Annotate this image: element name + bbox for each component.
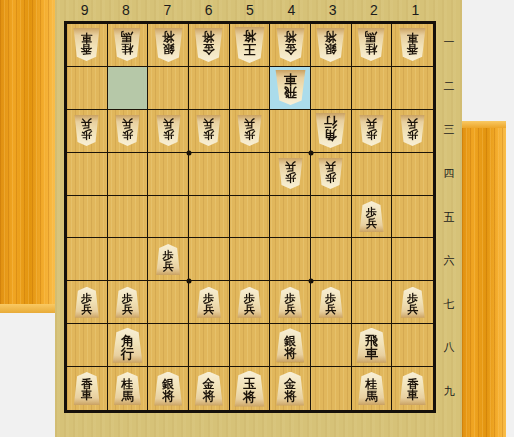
gote-rook[interactable]: 飛車 — [275, 70, 306, 105]
gote-pawn[interactable]: 歩兵 — [156, 115, 181, 146]
sente-pawn[interactable]: 歩兵 — [278, 287, 303, 318]
piece-kanji: 飛 — [284, 86, 297, 99]
piece-kanji: 馬 — [365, 31, 377, 43]
piece-kanji: 兵 — [325, 304, 336, 315]
rank-label-7: 七 — [437, 282, 461, 326]
file-label-8: 8 — [105, 1, 146, 20]
piece-kanji: 銀 — [162, 43, 174, 55]
gote-pawn[interactable]: 歩兵 — [74, 115, 99, 146]
square-69[interactable]: 金将 — [189, 367, 230, 410]
piece-kanji: 金 — [203, 43, 215, 55]
rank-label-9: 九 — [437, 370, 461, 414]
square-87[interactable]: 歩兵 — [108, 281, 149, 324]
square-38[interactable] — [311, 324, 352, 367]
square-82-last-move-from[interactable] — [108, 67, 149, 110]
square-81[interactable]: 桂馬 — [108, 24, 149, 67]
sente-bishop[interactable]: 角行 — [112, 328, 143, 363]
square-15[interactable] — [392, 196, 433, 239]
piece-kanji: 歩 — [163, 129, 174, 140]
piece-kanji: 車 — [407, 390, 419, 402]
square-41[interactable]: 金将 — [270, 24, 311, 67]
square-55[interactable] — [230, 196, 271, 239]
square-76[interactable]: 歩兵 — [148, 238, 189, 281]
piece-kanji: 兵 — [285, 161, 296, 172]
sente-komadai-tray[interactable] — [462, 121, 506, 437]
piece-kanji: 歩 — [203, 129, 214, 140]
square-84[interactable] — [108, 153, 149, 196]
square-56[interactable] — [230, 238, 271, 281]
sente-lance[interactable]: 香車 — [399, 372, 426, 405]
gote-silver[interactable]: 銀将 — [154, 28, 183, 62]
sente-pawn[interactable]: 歩兵 — [115, 287, 140, 318]
piece-kanji: 馬 — [121, 31, 133, 43]
square-59[interactable]: 玉将 — [230, 367, 271, 410]
square-16[interactable] — [392, 238, 433, 281]
piece-kanji: 兵 — [366, 218, 377, 229]
square-13[interactable]: 歩兵 — [392, 110, 433, 153]
piece-kanji: 車 — [81, 390, 93, 402]
piece-kanji: 車 — [407, 32, 419, 44]
piece-kanji: 将 — [325, 31, 337, 43]
piece-kanji: 兵 — [163, 118, 174, 129]
square-51[interactable]: 王将 — [230, 24, 271, 67]
piece-kanji: 歩 — [122, 129, 133, 140]
square-18[interactable] — [392, 324, 433, 367]
gote-pawn[interactable]: 歩兵 — [359, 115, 384, 146]
sente-knight[interactable]: 桂馬 — [357, 372, 385, 405]
shogi-app-window: 987654321 一二三四五六七八九 香車桂馬銀将金将王将金将銀将桂馬香車飛車… — [0, 0, 514, 437]
piece-kanji: 桂 — [365, 43, 377, 55]
piece-kanji: 兵 — [285, 304, 296, 315]
shogi-board-grid: 香車桂馬銀将金将王将金将銀将桂馬香車飛車歩兵歩兵歩兵歩兵歩兵角行歩兵歩兵歩兵歩兵… — [64, 21, 436, 413]
komadai-bevel-edge — [462, 121, 506, 128]
sente-pawn[interactable]: 歩兵 — [318, 287, 343, 318]
sente-rook[interactable]: 飛車 — [356, 328, 387, 363]
square-45[interactable] — [270, 196, 311, 239]
square-32[interactable] — [311, 67, 352, 110]
square-26[interactable] — [352, 238, 393, 281]
square-64[interactable] — [189, 153, 230, 196]
piece-kanji: 兵 — [407, 304, 418, 315]
square-63[interactable]: 歩兵 — [189, 110, 230, 153]
square-43[interactable] — [270, 110, 311, 153]
rank-label-3: 三 — [437, 108, 461, 152]
gote-knight[interactable]: 桂馬 — [357, 28, 385, 61]
gote-pawn[interactable]: 歩兵 — [115, 115, 140, 146]
square-36[interactable] — [311, 238, 352, 281]
rank-label-2: 二 — [437, 65, 461, 109]
piece-kanji: 香 — [407, 43, 419, 55]
piece-kanji: 桂 — [121, 43, 133, 55]
square-88[interactable]: 角行 — [108, 324, 149, 367]
piece-kanji: 歩 — [244, 129, 255, 140]
sente-silver[interactable]: 銀将 — [276, 328, 305, 362]
gote-gold[interactable]: 金将 — [194, 28, 223, 62]
sente-knight[interactable]: 桂馬 — [113, 372, 141, 405]
square-46[interactable] — [270, 238, 311, 281]
piece-kanji: 金 — [284, 43, 296, 55]
piece-kanji: 行 — [121, 347, 134, 360]
gote-pawn[interactable]: 歩兵 — [196, 115, 221, 146]
piece-kanji: 歩 — [366, 129, 377, 140]
square-22[interactable] — [352, 67, 393, 110]
square-75[interactable] — [148, 196, 189, 239]
sente-pawn[interactable]: 歩兵 — [400, 287, 425, 318]
sente-lance[interactable]: 香車 — [73, 372, 100, 405]
square-53[interactable]: 歩兵 — [230, 110, 271, 153]
rank-label-1: 一 — [437, 21, 461, 65]
piece-kanji: 将 — [243, 30, 256, 43]
gote-bishop[interactable]: 角行 — [315, 113, 346, 148]
piece-kanji: 角 — [324, 129, 337, 142]
gote-komadai-tray[interactable] — [0, 0, 55, 313]
square-34[interactable]: 歩兵 — [311, 153, 352, 196]
piece-kanji: 将 — [284, 347, 296, 359]
piece-kanji: 兵 — [244, 118, 255, 129]
sente-pawn[interactable]: 歩兵 — [156, 244, 181, 275]
square-14[interactable] — [392, 153, 433, 196]
square-98[interactable] — [67, 324, 108, 367]
square-93[interactable]: 歩兵 — [67, 110, 108, 153]
rank-coordinate-labels: 一二三四五六七八九 — [437, 21, 461, 413]
square-27[interactable] — [352, 281, 393, 324]
square-48[interactable]: 銀将 — [270, 324, 311, 367]
gote-pawn[interactable]: 歩兵 — [400, 115, 425, 146]
square-72[interactable] — [148, 67, 189, 110]
piece-kanji: 兵 — [122, 118, 133, 129]
square-71[interactable]: 銀将 — [148, 24, 189, 67]
square-37[interactable]: 歩兵 — [311, 281, 352, 324]
square-89[interactable]: 桂馬 — [108, 367, 149, 410]
file-label-4: 4 — [271, 1, 312, 20]
piece-kanji: 飛 — [365, 334, 378, 347]
square-19[interactable]: 香車 — [392, 367, 433, 410]
rank-label-6: 六 — [437, 239, 461, 283]
square-29[interactable]: 桂馬 — [352, 367, 393, 410]
square-23[interactable]: 歩兵 — [352, 110, 393, 153]
sente-pawn[interactable]: 歩兵 — [74, 287, 99, 318]
piece-kanji: 兵 — [244, 304, 255, 315]
piece-kanji: 銀 — [325, 43, 337, 55]
file-label-6: 6 — [188, 1, 229, 20]
square-62[interactable] — [189, 67, 230, 110]
piece-kanji: 兵 — [203, 304, 214, 315]
square-42-last-move-to[interactable]: 飛車 — [270, 67, 311, 110]
square-95[interactable] — [67, 196, 108, 239]
square-61[interactable]: 金将 — [189, 24, 230, 67]
square-83[interactable]: 歩兵 — [108, 110, 149, 153]
komadai-bevel-edge — [0, 304, 55, 313]
piece-kanji: 行 — [324, 116, 337, 129]
rank-label-5: 五 — [437, 195, 461, 239]
square-11[interactable]: 香車 — [392, 24, 433, 67]
piece-kanji: 兵 — [81, 304, 92, 315]
piece-kanji: 将 — [284, 31, 296, 43]
gote-pawn[interactable]: 歩兵 — [237, 115, 262, 146]
piece-kanji: 兵 — [81, 118, 92, 129]
piece-kanji: 銀 — [284, 335, 296, 347]
square-31[interactable]: 銀将 — [311, 24, 352, 67]
square-77[interactable] — [148, 281, 189, 324]
rank-label-8: 八 — [437, 326, 461, 370]
square-52[interactable] — [230, 67, 271, 110]
square-67[interactable]: 歩兵 — [189, 281, 230, 324]
piece-kanji: 王 — [243, 43, 256, 56]
file-label-5: 5 — [229, 1, 270, 20]
square-35[interactable] — [311, 196, 352, 239]
piece-kanji: 歩 — [81, 129, 92, 140]
gote-pawn[interactable]: 歩兵 — [318, 158, 343, 189]
sente-gold[interactable]: 金将 — [276, 372, 305, 406]
piece-kanji: 兵 — [122, 304, 133, 315]
piece-kanji: 将 — [243, 390, 256, 403]
piece-kanji: 将 — [162, 390, 174, 402]
gote-lance[interactable]: 香車 — [73, 28, 100, 61]
piece-kanji: 兵 — [325, 161, 336, 172]
piece-kanji: 車 — [81, 32, 93, 44]
piece-kanji: 将 — [162, 31, 174, 43]
square-47[interactable]: 歩兵 — [270, 281, 311, 324]
square-57[interactable]: 歩兵 — [230, 281, 271, 324]
square-28[interactable]: 飛車 — [352, 324, 393, 367]
file-label-2: 2 — [353, 1, 394, 20]
file-label-3: 3 — [312, 1, 353, 20]
square-99[interactable]: 香車 — [67, 367, 108, 410]
square-24[interactable] — [352, 153, 393, 196]
gote-king[interactable]: 王将 — [234, 27, 265, 63]
piece-kanji: 兵 — [203, 118, 214, 129]
square-17[interactable]: 歩兵 — [392, 281, 433, 324]
square-92[interactable] — [67, 67, 108, 110]
gote-knight[interactable]: 桂馬 — [113, 28, 141, 61]
gote-pawn[interactable]: 歩兵 — [278, 158, 303, 189]
piece-kanji: 歩 — [285, 172, 296, 183]
gote-silver[interactable]: 銀将 — [316, 28, 345, 62]
piece-kanji: 角 — [121, 334, 134, 347]
file-label-1: 1 — [395, 1, 436, 20]
sente-gold[interactable]: 金将 — [194, 372, 223, 406]
square-33[interactable]: 角行 — [311, 110, 352, 153]
wood-grain-texture — [0, 0, 55, 313]
piece-kanji: 兵 — [407, 118, 418, 129]
piece-kanji: 歩 — [407, 129, 418, 140]
square-44[interactable]: 歩兵 — [270, 153, 311, 196]
wood-grain-texture — [462, 121, 506, 437]
piece-kanji: 馬 — [365, 390, 377, 402]
piece-kanji: 将 — [203, 31, 215, 43]
square-78[interactable] — [148, 324, 189, 367]
sente-silver[interactable]: 銀将 — [154, 372, 183, 406]
sente-king[interactable]: 玉将 — [234, 371, 265, 407]
square-21[interactable]: 桂馬 — [352, 24, 393, 67]
file-label-7: 7 — [147, 1, 188, 20]
sente-pawn[interactable]: 歩兵 — [237, 287, 262, 318]
square-54[interactable] — [230, 153, 271, 196]
piece-kanji: 将 — [203, 390, 215, 402]
square-65[interactable] — [189, 196, 230, 239]
sente-pawn[interactable]: 歩兵 — [359, 201, 384, 232]
rank-label-4: 四 — [437, 152, 461, 196]
square-74[interactable] — [148, 153, 189, 196]
square-94[interactable] — [67, 153, 108, 196]
file-coordinate-labels: 987654321 — [64, 1, 436, 20]
square-96[interactable] — [67, 238, 108, 281]
file-label-9: 9 — [64, 1, 105, 20]
square-39[interactable] — [311, 367, 352, 410]
piece-kanji: 兵 — [366, 118, 377, 129]
square-86[interactable] — [108, 238, 149, 281]
square-68[interactable] — [189, 324, 230, 367]
piece-kanji: 車 — [365, 347, 378, 360]
piece-kanji: 香 — [81, 43, 93, 55]
piece-kanji: 兵 — [163, 261, 174, 272]
square-66[interactable] — [189, 238, 230, 281]
square-79[interactable]: 銀将 — [148, 367, 189, 410]
piece-kanji: 歩 — [325, 172, 336, 183]
gote-gold[interactable]: 金将 — [276, 28, 305, 62]
gote-lance[interactable]: 香車 — [399, 28, 426, 61]
piece-kanji: 将 — [284, 390, 296, 402]
square-73[interactable]: 歩兵 — [148, 110, 189, 153]
sente-pawn[interactable]: 歩兵 — [196, 287, 221, 318]
piece-kanji: 馬 — [121, 390, 133, 402]
square-97[interactable]: 歩兵 — [67, 281, 108, 324]
square-12[interactable] — [392, 67, 433, 110]
square-25[interactable]: 歩兵 — [352, 196, 393, 239]
piece-kanji: 車 — [284, 73, 297, 86]
square-49[interactable]: 金将 — [270, 367, 311, 410]
square-85[interactable] — [108, 196, 149, 239]
square-91[interactable]: 香車 — [67, 24, 108, 67]
square-58[interactable] — [230, 324, 271, 367]
